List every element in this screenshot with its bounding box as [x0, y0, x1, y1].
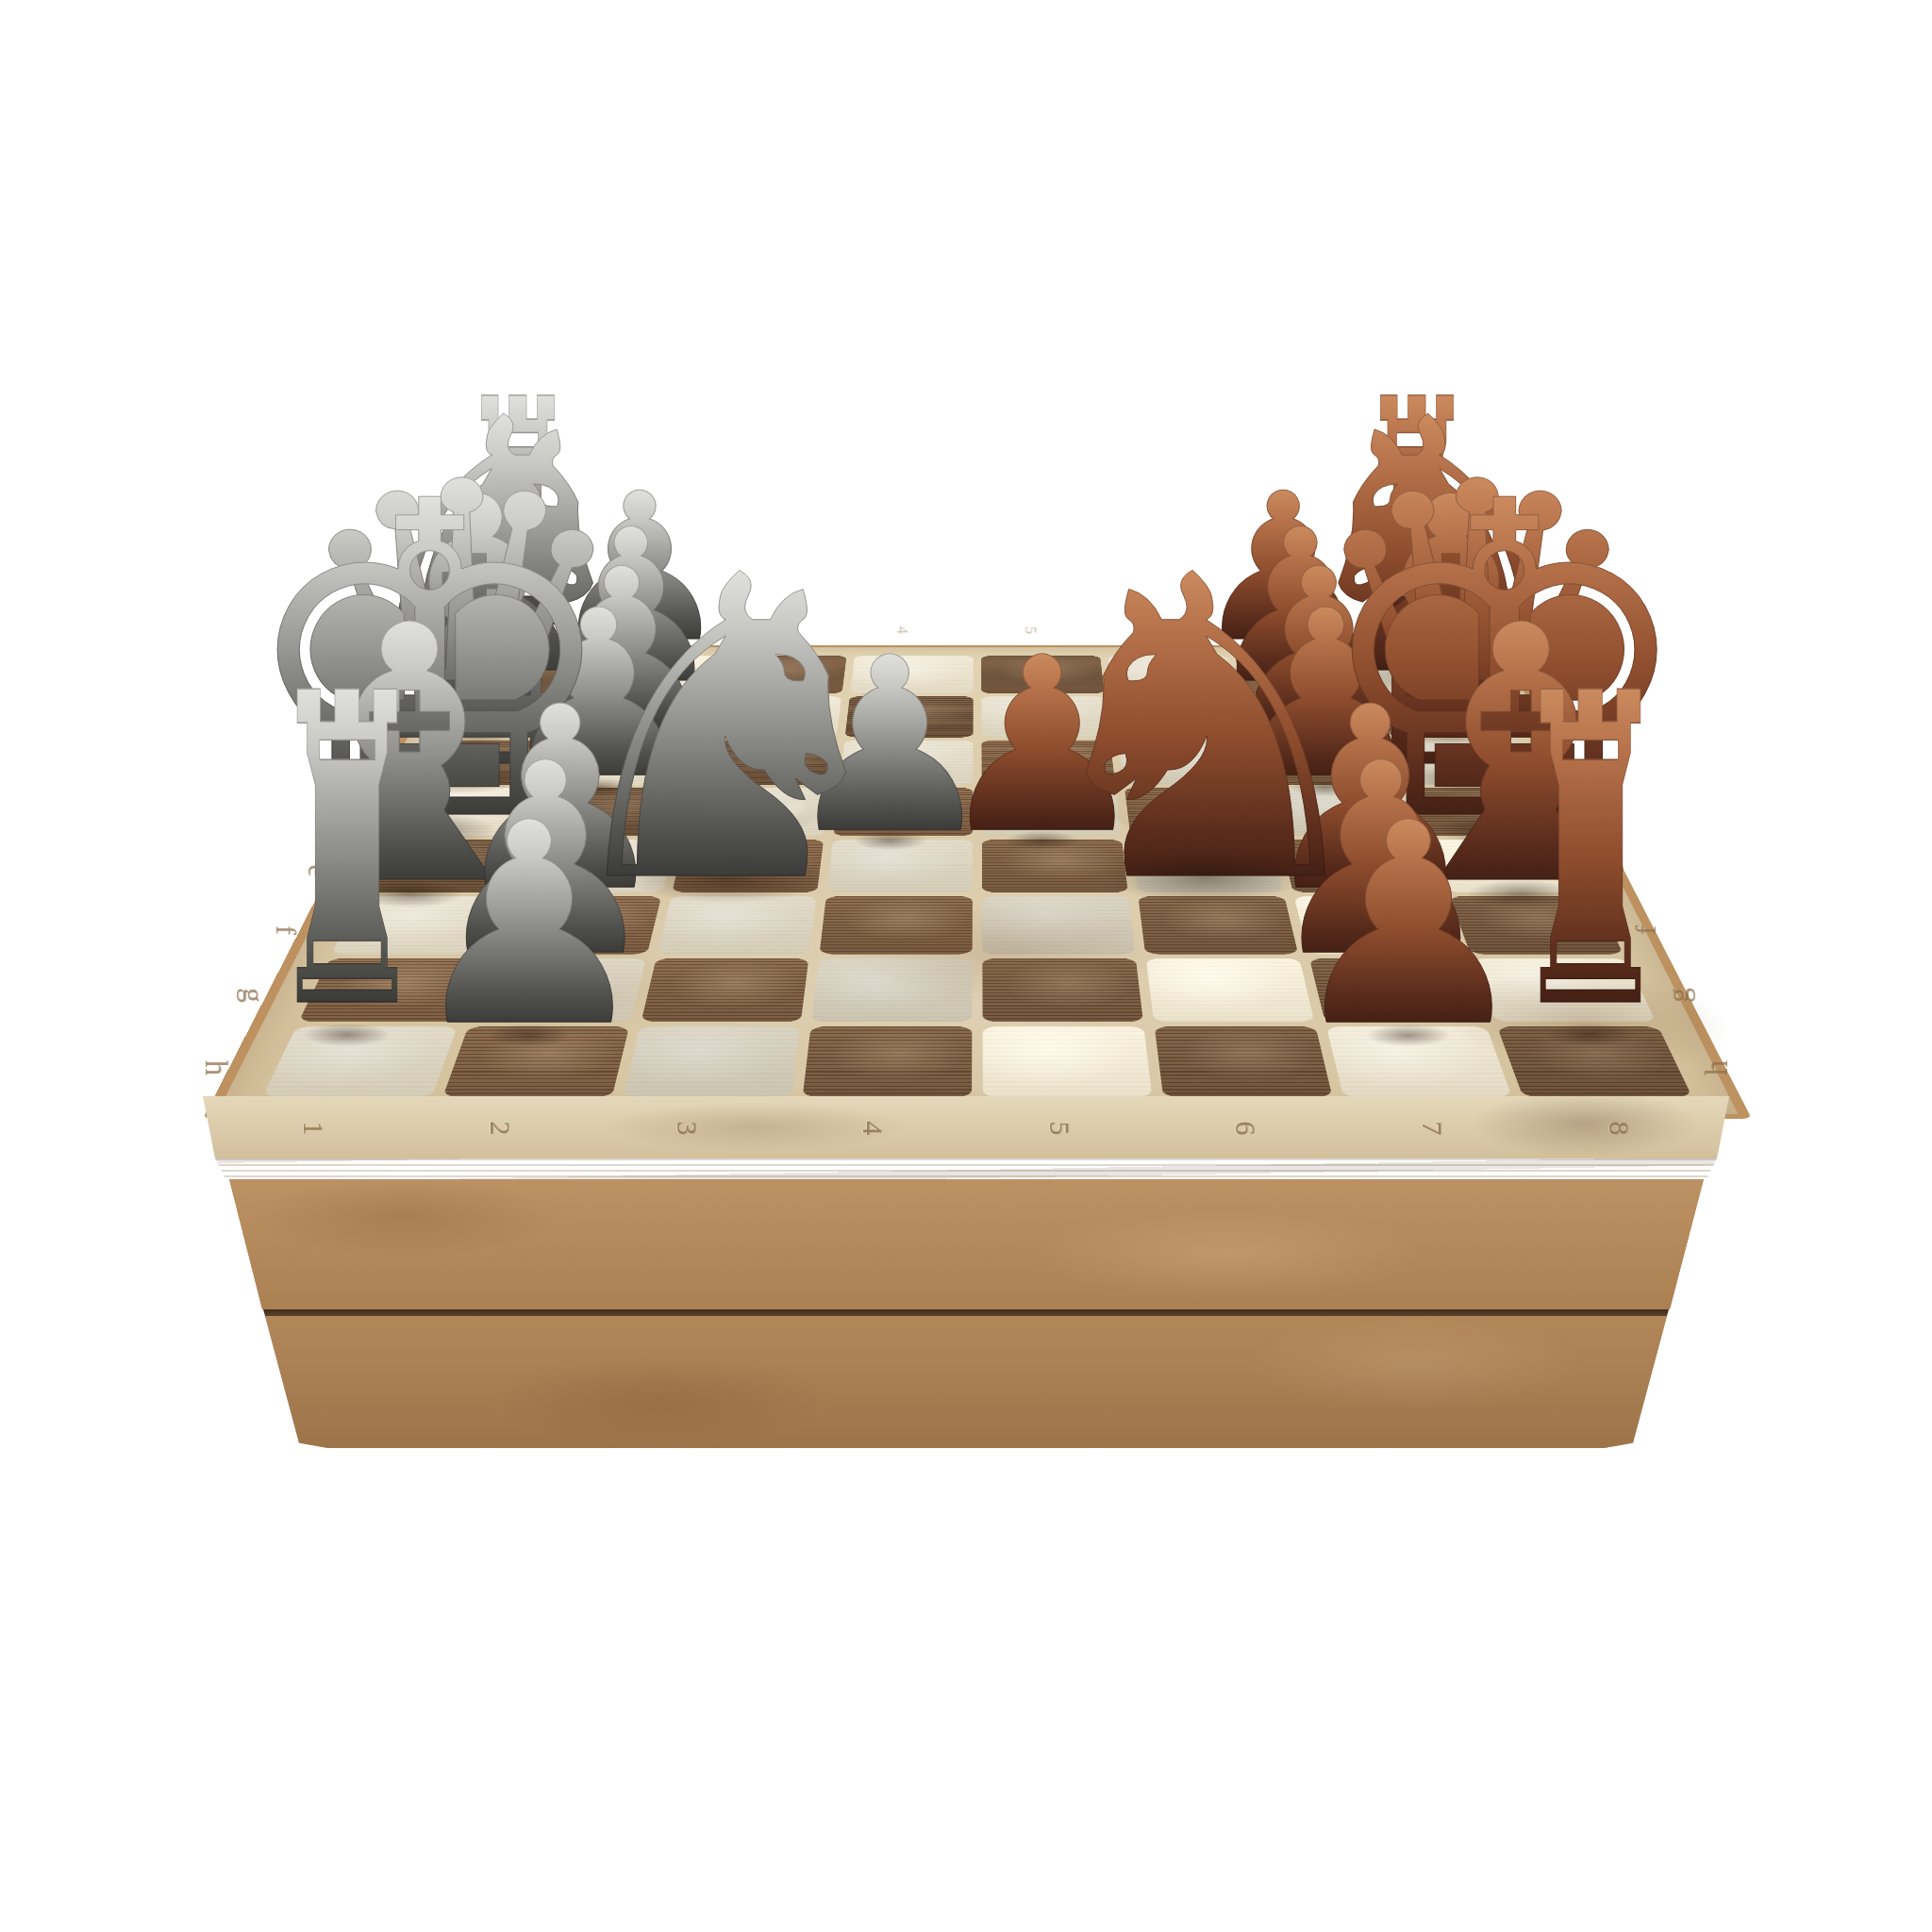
coordinate-label-2: 2 [484, 1122, 516, 1136]
piece-shadow [1350, 1020, 1468, 1051]
square-h4[interactable] [803, 1026, 972, 1097]
storage-box-lid [0, 1179, 1932, 1309]
board-front-margin [0, 1096, 1932, 1158]
coordinate-label-8: 8 [1603, 1122, 1635, 1136]
piece-white-P-h2[interactable]: ♟ [405, 787, 654, 1042]
coordinate-label-h: h [1699, 1059, 1734, 1075]
coordinate-label-5: 5 [1043, 1122, 1075, 1136]
rook-column-icon: ♜ [268, 639, 426, 1067]
rook-column-icon: ♜ [1511, 639, 1670, 1067]
storage-box-seam [0, 1309, 1932, 1316]
square-h5[interactable] [983, 1026, 1152, 1097]
coordinate-label-7: 7 [1416, 1122, 1448, 1136]
piece-black-P-h7[interactable]: ♟ [1284, 787, 1533, 1042]
coordinate-label-h: h [198, 1059, 233, 1075]
coordinate-label-1: 1 [297, 1122, 329, 1136]
storage-box-base [0, 1316, 1932, 1448]
coordinate-label-6: 6 [1229, 1122, 1261, 1136]
piece-shadow [471, 1020, 589, 1051]
coordinate-label-3: 3 [671, 1122, 703, 1136]
board-oak-rim [0, 1158, 1932, 1179]
product-photo-stage: 1122334455667788hhggffeeddccbbaa ♜♟♜♟♞♟♞… [0, 0, 1932, 1932]
coordinate-label-4: 4 [857, 1122, 889, 1136]
